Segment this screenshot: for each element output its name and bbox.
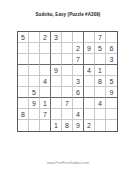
sudoku-cell-r1c9	[106, 32, 117, 43]
sudoku-cell-r6c4	[51, 87, 62, 98]
sudoku-cell-r7c3: 1	[40, 98, 51, 109]
sudoku-cell-r9c3	[40, 120, 51, 131]
sudoku-cell-r8c8	[95, 109, 106, 120]
sudoku-cell-r6c1	[18, 87, 29, 98]
sudoku-cell-r3c2	[29, 54, 40, 65]
sudoku-cell-r4c1	[18, 65, 29, 76]
sudoku-cell-r9c5: 8	[62, 120, 73, 131]
sudoku-cell-r8c2	[29, 109, 40, 120]
sudoku-cell-r7c4	[51, 98, 62, 109]
sudoku-cell-r2c1	[18, 43, 29, 54]
sudoku-cell-r2c2	[29, 43, 40, 54]
sudoku-cell-r6c8	[95, 87, 106, 98]
sudoku-cell-r2c8: 5	[95, 43, 106, 54]
sudoku-cell-r3c9: 3	[106, 54, 117, 65]
sudoku-cell-r7c6	[73, 98, 84, 109]
page-title: Sudoku, Easy (Puzzle #A309)	[0, 12, 136, 17]
sudoku-cell-r8c6: 4	[73, 109, 84, 120]
sudoku-cell-r7c5: 7	[62, 98, 73, 109]
sudoku-cell-r9c9	[106, 120, 117, 131]
sudoku-cell-r1c7	[84, 32, 95, 43]
sudoku-cell-r7c7	[84, 98, 95, 109]
sudoku-cell-r3c1	[18, 54, 29, 65]
sudoku-cell-r2c7: 9	[84, 43, 95, 54]
sudoku-cell-r5c9: 5	[106, 76, 117, 87]
sudoku-cell-r9c8	[95, 120, 106, 131]
sudoku-cell-r1c4: 3	[51, 32, 62, 43]
sudoku-cell-r2c9: 6	[106, 43, 117, 54]
sudoku-cell-r4c9	[106, 65, 117, 76]
sudoku-cell-r4c2	[29, 65, 40, 76]
sudoku-cell-r6c5	[62, 87, 73, 98]
sudoku-cell-r5c7	[84, 76, 95, 87]
sudoku-cell-r4c6	[73, 65, 84, 76]
sudoku-cell-r3c5	[62, 54, 73, 65]
sudoku-cell-r5c5	[62, 76, 73, 87]
sudoku-cell-r1c5	[62, 32, 73, 43]
sudoku-cell-r1c1: 5	[18, 32, 29, 43]
sudoku-cell-r8c1: 8	[18, 109, 29, 120]
sudoku-cell-r8c7	[84, 109, 95, 120]
sudoku-cell-r1c3: 2	[40, 32, 51, 43]
sudoku-cell-r3c6: 7	[73, 54, 84, 65]
sudoku-cell-r2c5	[62, 43, 73, 54]
sudoku-cell-r8c3: 7	[40, 109, 51, 120]
sudoku-cell-r3c4	[51, 54, 62, 65]
sudoku-cell-r4c4: 9	[51, 65, 62, 76]
sudoku-cell-r5c4	[51, 76, 62, 87]
sudoku-cell-r1c6	[73, 32, 84, 43]
sudoku-cell-r7c9	[106, 98, 117, 109]
sudoku-cell-r1c8: 7	[95, 32, 106, 43]
sudoku-cell-r9c1	[18, 120, 29, 131]
sudoku-cell-r5c2	[29, 76, 40, 87]
sudoku-cell-r2c3	[40, 43, 51, 54]
sudoku-cell-r6c7	[84, 87, 95, 98]
sudoku-cell-r8c5	[62, 109, 73, 120]
sudoku-cell-r1c2	[29, 32, 40, 43]
sudoku-cell-r7c8: 4	[95, 98, 106, 109]
sudoku-cell-r5c6: 3	[73, 76, 84, 87]
sudoku-cell-r9c6: 9	[73, 120, 84, 131]
sudoku-cell-r4c8: 1	[95, 65, 106, 76]
sudoku-cell-r5c1	[18, 76, 29, 87]
sudoku-cell-r3c7	[84, 54, 95, 65]
sudoku-cell-r6c3	[40, 87, 51, 98]
sudoku-cell-r6c6: 6	[73, 87, 84, 98]
sudoku-cell-r4c7: 4	[84, 65, 95, 76]
sudoku-cell-r9c4: 1	[51, 120, 62, 131]
sudoku-cell-r7c1	[18, 98, 29, 109]
sudoku-cell-r4c5	[62, 65, 73, 76]
sudoku-cell-r3c3	[40, 54, 51, 65]
sudoku-cell-r4c3	[40, 65, 51, 76]
sudoku-cell-r6c9: 9	[106, 87, 117, 98]
sudoku-page: Sudoku, Easy (Puzzle #A309) 523729567394…	[0, 0, 136, 176]
sudoku-cell-r7c2: 9	[29, 98, 40, 109]
sudoku-cell-r6c2: 5	[29, 87, 40, 98]
sudoku-cell-r8c9	[106, 109, 117, 120]
sudoku-cell-r5c3: 4	[40, 76, 51, 87]
sudoku-cell-r9c2	[29, 120, 40, 131]
sudoku-cell-r9c7: 2	[84, 120, 95, 131]
sudoku-cell-r8c4	[51, 109, 62, 120]
sudoku-cell-r2c6: 2	[73, 43, 84, 54]
sudoku-board: 5237295673941438556991748741892	[17, 31, 118, 132]
sudoku-cell-r2c4	[51, 43, 62, 54]
sudoku-cell-r5c8: 8	[95, 76, 106, 87]
sudoku-cell-r3c8	[95, 54, 106, 65]
footer-url: www.PrintFreeSudoku.com	[0, 161, 136, 165]
